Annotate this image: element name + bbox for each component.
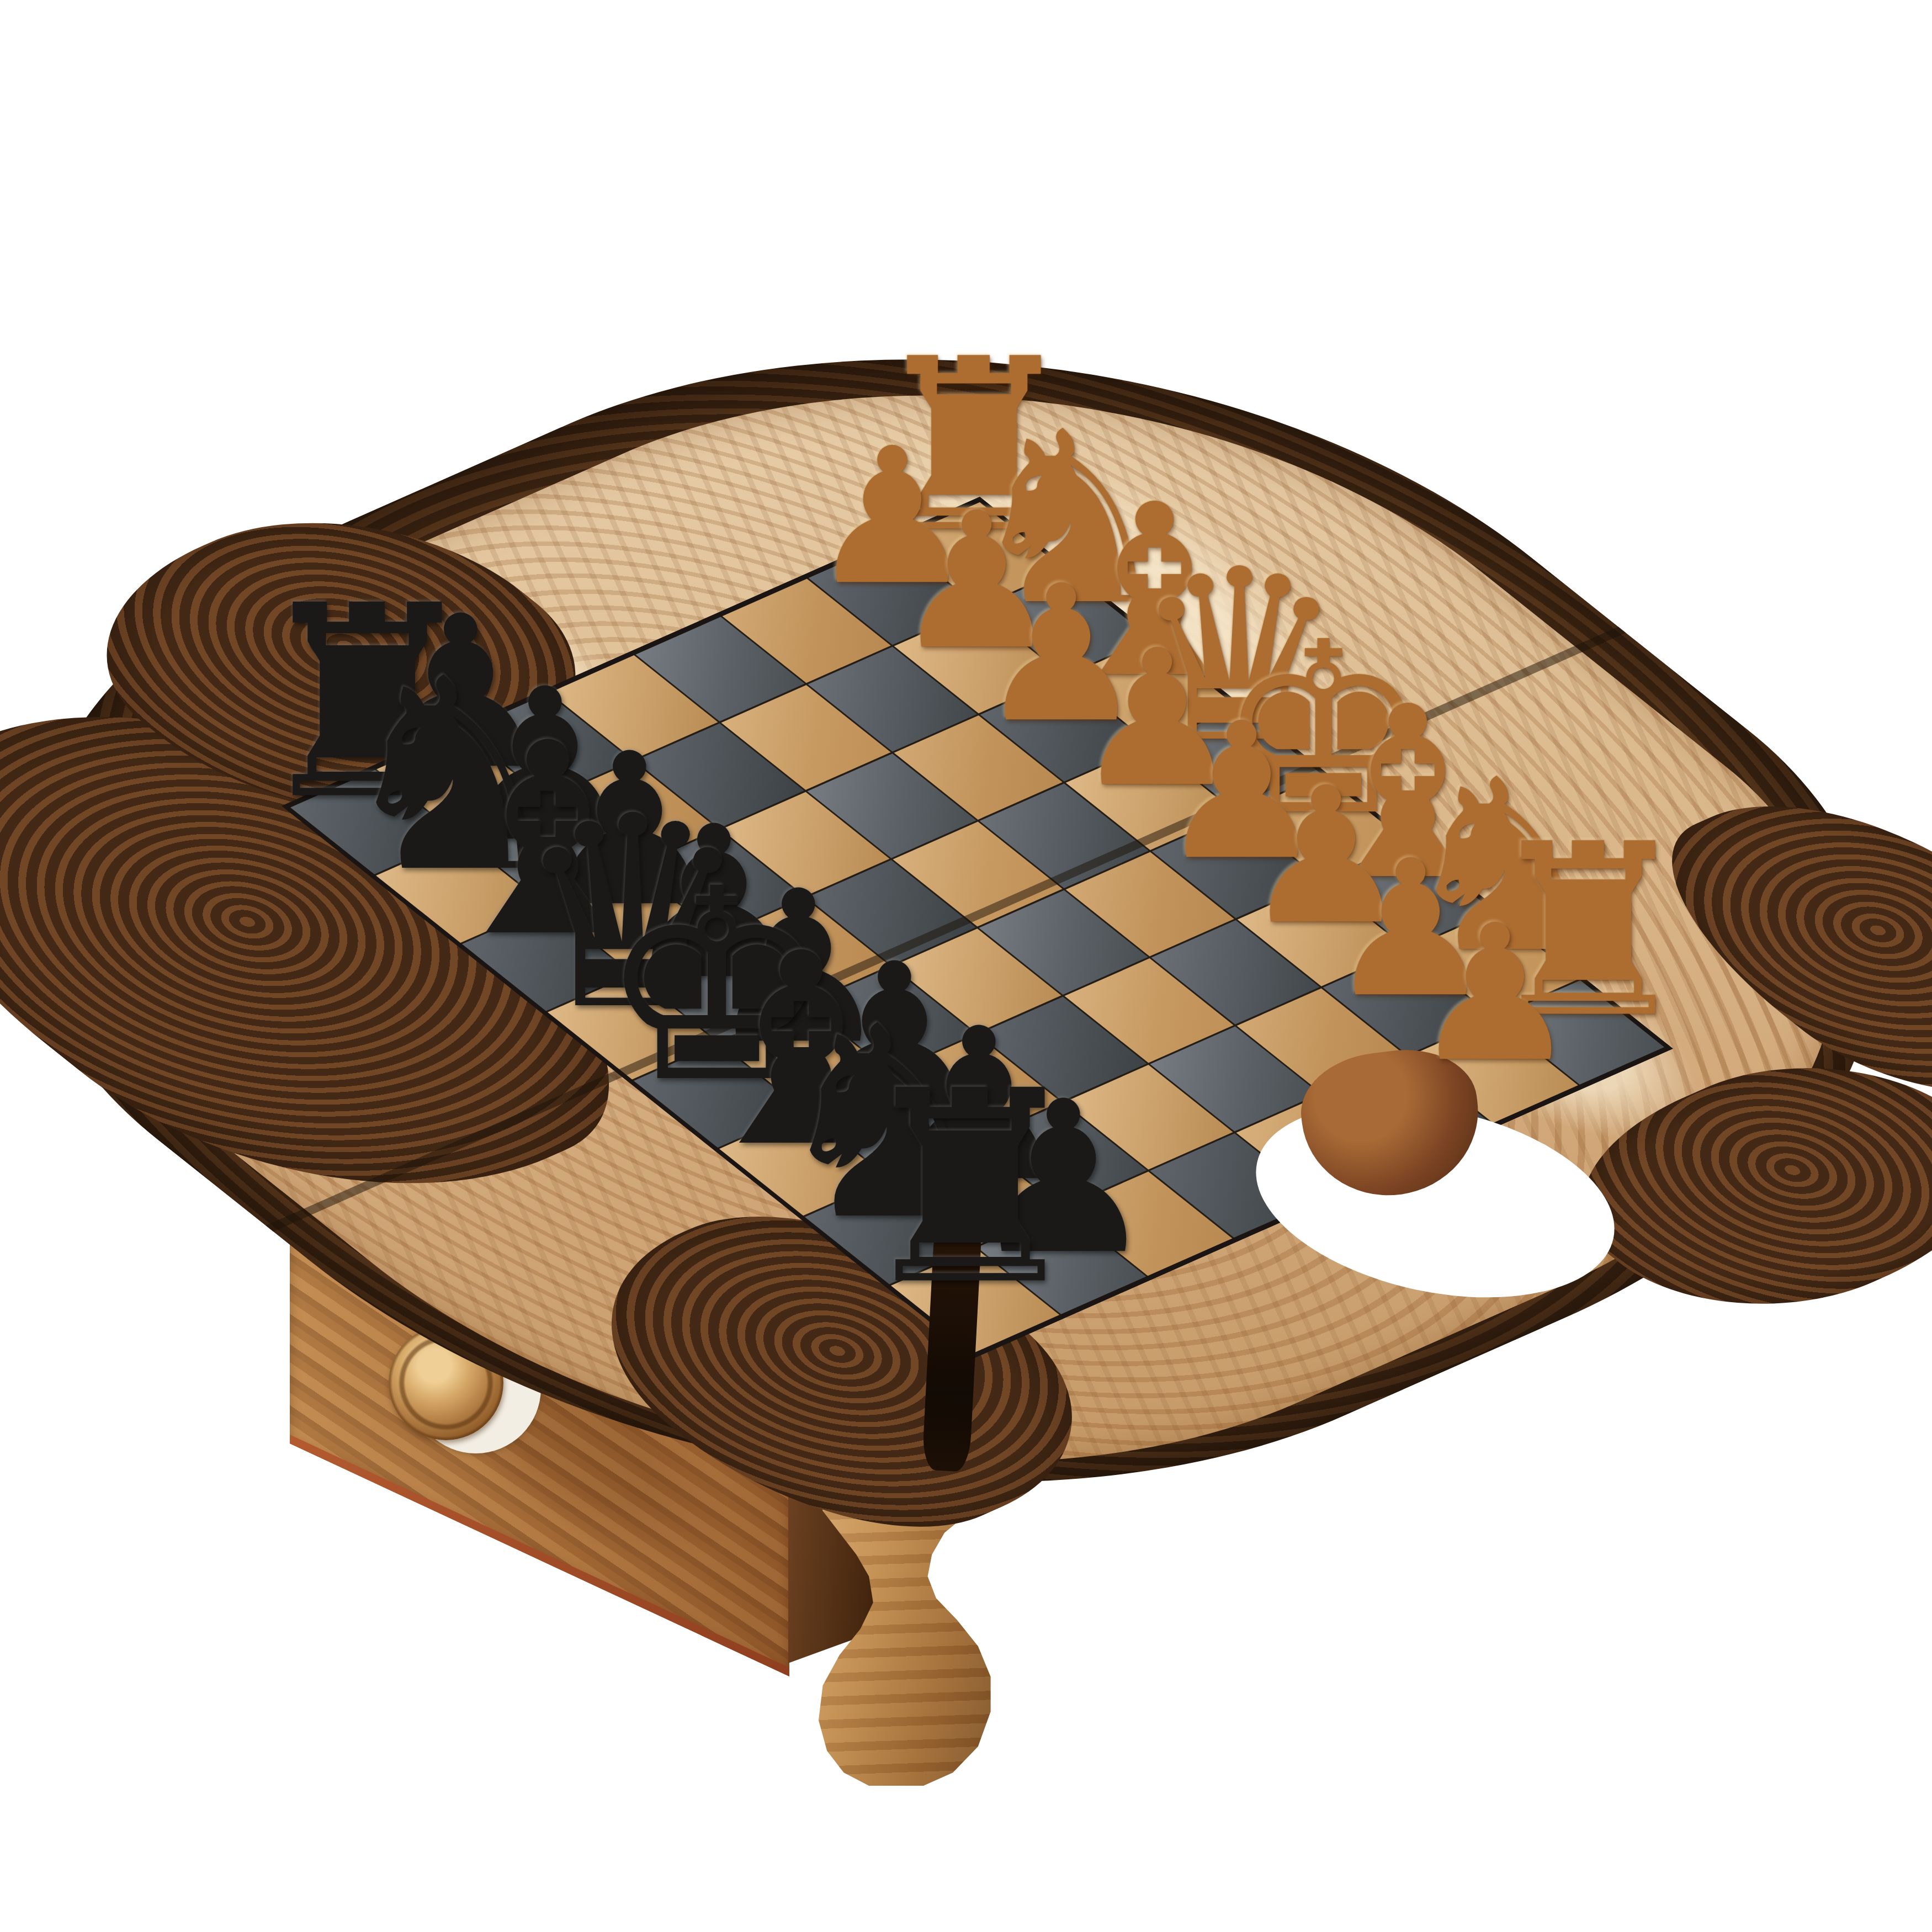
drawer-bottom-edge xyxy=(290,1435,789,1676)
product-photo-canvas: ♜♞♝♛♚♝♞♜♟♟♟♟♟♟♟♟♟♟♟♟♟♟♟♟♜♞♝♛♚♝♞♜ xyxy=(0,0,1932,1932)
